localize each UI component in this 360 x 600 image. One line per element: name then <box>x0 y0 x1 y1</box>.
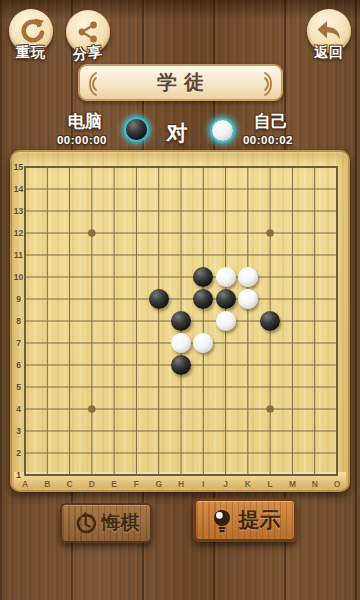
col-label-D: D <box>86 479 98 489</box>
col-label-H: H <box>175 479 187 489</box>
row-label-15: 15 <box>13 162 24 172</box>
vs-label: 对 <box>162 119 192 147</box>
col-label-I: I <box>197 479 209 489</box>
col-label-N: N <box>309 479 321 489</box>
undo-button[interactable]: 悔棋 <box>60 503 152 543</box>
stone-white-I7 <box>193 333 213 353</box>
back-label: 返回 <box>299 44 359 62</box>
black-stone-indicator <box>126 119 147 140</box>
col-label-J: J <box>220 479 232 489</box>
row-label-12: 12 <box>13 228 24 238</box>
stone-black-H8 <box>171 311 191 331</box>
col-label-C: C <box>64 479 76 489</box>
row-label-14: 14 <box>13 184 24 194</box>
player-right-name: 自己 <box>236 110 306 133</box>
difficulty-banner: 学徒 <box>78 64 283 101</box>
gomoku-board[interactable]: 151413121110987654321ABCDEFGHIJKLMNO <box>10 150 350 492</box>
row-label-6: 6 <box>13 360 24 370</box>
difficulty-title: 学徒 <box>150 69 211 96</box>
stone-white-K9 <box>238 289 258 309</box>
col-label-B: B <box>41 479 53 489</box>
col-label-F: F <box>130 479 142 489</box>
replay-button[interactable]: 重玩 <box>9 9 53 53</box>
stone-black-I9 <box>193 289 213 309</box>
col-label-M: M <box>286 479 298 489</box>
white-stone-indicator <box>212 120 233 141</box>
player-right-timer: 00:00:02 <box>233 134 303 146</box>
stone-white-H7 <box>171 333 191 353</box>
stone-black-G9 <box>149 289 169 309</box>
col-label-E: E <box>108 479 120 489</box>
row-label-13: 13 <box>13 206 24 216</box>
col-label-G: G <box>153 479 165 489</box>
undo-clock-icon <box>73 511 98 536</box>
hint-bulb-icon <box>210 508 235 533</box>
hint-button[interactable]: 提示 <box>193 498 297 542</box>
row-label-5: 5 <box>13 382 24 392</box>
share-icon <box>75 19 101 45</box>
col-label-K: K <box>242 479 254 489</box>
row-label-3: 3 <box>13 426 24 436</box>
col-label-L: L <box>264 479 276 489</box>
back-arrow-icon <box>314 16 344 46</box>
hint-label: 提示 <box>239 506 281 534</box>
banner-ornament-left-icon <box>85 71 99 97</box>
stone-white-J8 <box>216 311 236 331</box>
stone-black-J9 <box>216 289 236 309</box>
stone-black-L8 <box>260 311 280 331</box>
stone-white-J10 <box>216 267 236 287</box>
back-button[interactable]: 返回 <box>307 9 351 53</box>
undo-label: 悔棋 <box>102 510 140 536</box>
share-button[interactable]: 分享 <box>66 10 110 54</box>
row-label-11: 11 <box>13 250 24 260</box>
game-screen: 重玩 分享 返回 学徒 电脑 00:00:00 对 自己 00:00: <box>0 0 360 600</box>
row-label-9: 9 <box>13 294 24 304</box>
row-label-7: 7 <box>13 338 24 348</box>
player-left-name: 电脑 <box>50 110 120 133</box>
stone-white-K10 <box>238 267 258 287</box>
row-label-8: 8 <box>13 316 24 326</box>
player-left-timer: 00:00:00 <box>47 134 117 146</box>
players-header: 电脑 00:00:00 对 自己 00:00:02 <box>0 104 360 148</box>
banner-ornament-right-icon <box>262 71 276 97</box>
row-label-10: 10 <box>13 272 24 282</box>
row-label-2: 2 <box>13 448 24 458</box>
stone-black-I10 <box>193 267 213 287</box>
replay-icon <box>17 17 45 45</box>
row-label-4: 4 <box>13 404 24 414</box>
replay-label: 重玩 <box>1 44 61 62</box>
stone-black-H6 <box>171 355 191 375</box>
col-label-A: A <box>19 479 31 489</box>
share-label: 分享 <box>57 41 119 66</box>
stones-layer <box>14 156 348 486</box>
col-label-O: O <box>331 479 343 489</box>
